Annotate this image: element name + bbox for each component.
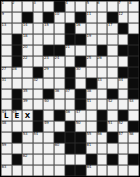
cell-r1c5[interactable] [43,1,54,12]
cell-r3c10[interactable] [97,23,108,34]
cell-r3c5[interactable]: 15 [43,23,54,34]
clue-number: 27 [2,67,7,71]
clue-number: 60 [55,143,60,147]
cell-r4c3[interactable]: 18 [22,34,33,45]
cell-r7c7 [65,67,76,78]
cell-r15c3[interactable]: 62 [22,154,33,165]
cell-r3c9[interactable] [86,23,97,34]
clue-number: 52 [118,121,123,125]
cell-r9c5 [43,89,54,100]
cell-r8c6[interactable] [54,78,65,89]
cell-r14c7 [65,143,76,154]
cell-r15c13 [128,154,139,165]
clue-number: 3 [33,1,35,5]
cell-r9c8 [75,89,86,100]
cell-r16c6[interactable] [54,165,65,176]
clue-number: 59 [2,143,7,147]
clue-number: 56 [97,132,102,136]
cell-r5c10 [97,45,108,56]
cell-r6c13 [128,56,139,67]
clue-number: 55 [86,132,91,136]
clue-number: 37 [65,89,70,93]
cell-r10c8 [75,99,86,110]
cell-r11c3[interactable]: X [22,110,33,121]
cell-r8c7 [65,78,76,89]
cell-r2c9[interactable]: 11 [86,12,97,23]
cell-r3c4[interactable] [33,23,44,34]
cell-r5c11[interactable] [107,45,118,56]
cell-r16c1[interactable]: 63 [1,165,12,176]
cell-r5c3[interactable]: 20 [22,45,33,56]
cell-r13c10[interactable]: 56 [97,132,108,143]
cell-r13c2 [12,132,23,143]
cell-r14c4[interactable] [33,143,44,154]
cell-r7c13 [128,67,139,78]
cell-r13c11 [107,132,118,143]
cell-r9c13 [128,89,139,100]
cell-r8c3[interactable] [22,78,33,89]
cell-r11c1[interactable]: 44L [1,110,12,121]
cell-letter: E [15,112,20,120]
clue-number: 13 [2,23,7,27]
cell-r16c8 [75,165,86,176]
cell-r6c2 [12,56,23,67]
clue-number: 41 [86,99,91,103]
cell-r11c2[interactable]: 45E [12,110,23,121]
cell-r8c5[interactable] [43,78,54,89]
cell-r11c13[interactable] [128,110,139,121]
cell-r7c5[interactable]: 29 [43,67,54,78]
cell-r16c12[interactable] [118,165,129,176]
cell-r6c4[interactable] [33,56,44,67]
clue-number: 64 [86,165,91,169]
clue-number: 26 [97,56,102,60]
cell-r12c5[interactable]: 49 [43,121,54,132]
cell-r15c10[interactable] [97,154,108,165]
cell-r10c6[interactable] [54,99,65,110]
cell-r9c2 [12,89,23,100]
cell-r12c6[interactable] [54,121,65,132]
clue-number: 61 [86,143,91,147]
cell-r12c7 [65,121,76,132]
cell-r16c7 [65,165,76,176]
cell-r9c9[interactable]: 38 [86,89,97,100]
cell-r1c2[interactable]: 2 [12,1,23,12]
cell-r14c6[interactable]: 60 [54,143,65,154]
cell-r10c4[interactable] [33,99,44,110]
cell-r14c13[interactable] [128,143,139,154]
cell-r1c7[interactable]: 4 [65,1,76,12]
cell-r5c12 [118,45,129,56]
cell-r12c8[interactable]: 50 [75,121,86,132]
cell-r5c9[interactable] [86,45,97,56]
cell-r2c12[interactable]: 12 [118,12,129,23]
cell-r12c12[interactable]: 52 [118,121,129,132]
cell-r12c1[interactable]: 48 [1,121,12,132]
cell-r11c7[interactable]: 46 [65,110,76,121]
cell-r6c10[interactable]: 26 [97,56,108,67]
cell-r2c5 [43,12,54,23]
cell-r1c11[interactable] [107,1,118,12]
clue-number: 62 [23,154,28,158]
cell-r12c11[interactable]: 51 [107,121,118,132]
cell-r15c8[interactable] [75,154,86,165]
cell-r13c9[interactable]: 55 [86,132,97,143]
clue-number: 28 [12,67,17,71]
clue-number: 10 [55,12,60,16]
cell-r15c1[interactable] [1,154,12,165]
cell-r13c7 [65,132,76,143]
clue-number: 24 [55,56,60,60]
cell-r6c6[interactable]: 24 [54,56,65,67]
cell-r7c8[interactable]: 30 [75,67,86,78]
cell-r10c2 [12,99,23,110]
clue-number: 15 [44,23,49,27]
cell-r8c2[interactable] [12,78,23,89]
cell-r3c11[interactable]: 17 [107,23,118,34]
clue-number: 43 [129,99,134,103]
cell-r6c12[interactable] [118,56,129,67]
cell-r9c4[interactable] [33,89,44,100]
clue-number: 58 [129,132,134,136]
cell-r1c1[interactable]: 1 [1,1,12,12]
clue-number: 33 [97,78,102,82]
clue-number: 5 [86,1,88,5]
cell-r12c9[interactable] [86,121,97,132]
cell-r15c7[interactable] [65,154,76,165]
clue-number: 45 [12,110,17,114]
clue-number: 30 [76,67,81,71]
cell-r4c8 [75,34,86,45]
cell-r9c7[interactable]: 37 [65,89,76,100]
cell-r2c11 [107,12,118,23]
cell-r10c3[interactable]: 39 [22,99,33,110]
clue-number: 1 [2,1,4,5]
cell-r4c9[interactable]: 19 [86,34,97,45]
cell-r15c11 [107,154,118,165]
crossword-board: 1234567891011121314151617181920212223242… [0,0,140,177]
clue-number: 36 [55,89,60,93]
clue-number: 21 [65,45,70,49]
clue-number: 57 [118,132,123,136]
cell-r10c10[interactable] [97,99,108,110]
cell-r1c10[interactable]: 6 [97,1,108,12]
cell-r9c11 [107,89,118,100]
cell-r11c11[interactable] [107,110,118,121]
cell-r10c5[interactable]: 40 [43,99,54,110]
cell-r1c4[interactable]: 3 [33,1,44,12]
cell-r4c4[interactable] [33,34,44,45]
cell-r7c9[interactable] [86,67,97,78]
cell-r16c9[interactable]: 64 [86,165,97,176]
cell-r12c2[interactable] [12,121,23,132]
cell-r16c11[interactable] [107,165,118,176]
cell-r14c5[interactable] [43,143,54,154]
cell-r14c12[interactable] [118,143,129,154]
cell-r14c1[interactable]: 59 [1,143,12,154]
cell-r4c13 [128,34,139,45]
clue-number: 49 [44,121,49,125]
cell-r4c11[interactable] [107,34,118,45]
cell-r10c9[interactable]: 41 [86,99,97,110]
clue-number: 48 [2,121,7,125]
cell-r6c8 [75,56,86,67]
cell-r10c11[interactable]: 42 [107,99,118,110]
cell-r14c10[interactable] [97,143,108,154]
cell-r15c4[interactable] [33,154,44,165]
cell-r7c11[interactable] [107,67,118,78]
cell-r5c8[interactable] [75,45,86,56]
cell-r13c8 [75,132,86,143]
cell-r11c12 [118,110,129,121]
cell-r8c13 [128,78,139,89]
cell-r12c10 [97,121,108,132]
cell-r13c4[interactable]: 54 [33,132,44,143]
cell-r14c3[interactable] [22,143,33,154]
cell-r10c12[interactable] [118,99,129,110]
cell-r7c12 [118,67,129,78]
cell-r2c13[interactable] [128,12,139,23]
cell-r13c5[interactable] [43,132,54,143]
cell-r3c13[interactable] [128,23,139,34]
cell-r10c13[interactable]: 43 [128,99,139,110]
cell-r6c11[interactable] [107,56,118,67]
cell-r8c1[interactable]: 31 [1,78,12,89]
cell-r9c1[interactable] [1,89,12,100]
clue-number: 34 [118,78,123,82]
clue-number: 47 [76,110,81,114]
clue-number: 16 [76,23,81,27]
cell-r7c6[interactable] [54,67,65,78]
cell-r5c2 [12,45,23,56]
cell-r3c12 [118,23,129,34]
clue-number: 35 [23,89,28,93]
cell-r7c2[interactable]: 28 [12,67,23,78]
cell-r11c6 [54,110,65,121]
clue-number: 9 [2,12,4,16]
cell-r3c8[interactable]: 16 [75,23,86,34]
cell-r3c1[interactable]: 13 [1,23,12,34]
cell-r1c8[interactable] [75,1,86,12]
clue-number: 7 [118,1,120,5]
cell-r9c6[interactable]: 36 [54,89,65,100]
clue-number: 23 [44,56,49,60]
cell-r11c4 [33,110,44,121]
cell-r15c5[interactable] [43,154,54,165]
cell-r2c1[interactable]: 9 [1,12,12,23]
cell-r9c12[interactable] [118,89,129,100]
cell-r15c2 [12,154,23,165]
cell-r14c9[interactable]: 61 [86,143,97,154]
cell-r2c10[interactable] [97,12,108,23]
clue-number: 44 [2,110,7,114]
clue-number: 20 [23,45,28,49]
cell-r4c7 [65,34,76,45]
cell-r10c1[interactable] [1,99,12,110]
clue-number: 42 [108,99,113,103]
cell-r13c13[interactable]: 58 [128,132,139,143]
clue-number: 12 [118,12,123,16]
cell-r4c5[interactable] [43,34,54,45]
cell-r13c12[interactable]: 57 [118,132,129,143]
cell-r8c8[interactable] [75,78,86,89]
cell-r7c3[interactable] [22,67,33,78]
cell-r13c1[interactable] [1,132,12,143]
clue-number: 51 [108,121,113,125]
clue-number: 14 [23,23,28,27]
cell-r5c4[interactable] [33,45,44,56]
cell-r2c8 [75,12,86,23]
cell-r5c13 [128,45,139,56]
clue-number: 4 [65,1,67,5]
clue-number: 29 [44,67,49,71]
clue-number: 46 [65,110,70,114]
clue-number: 19 [86,34,91,38]
clue-number: 53 [23,132,28,136]
cell-r5c1[interactable] [1,45,12,56]
cell-r6c3[interactable]: 22 [22,56,33,67]
cell-r15c12[interactable] [118,154,129,165]
cell-r14c2[interactable] [12,143,23,154]
cell-letter: L [4,112,8,120]
cell-r14c8 [75,143,86,154]
cell-letter: X [25,112,30,120]
cell-r16c10[interactable] [97,165,108,176]
cell-r6c5[interactable]: 23 [43,56,54,67]
cell-r2c3 [22,12,33,23]
cell-r7c10[interactable] [97,67,108,78]
clue-number: 18 [23,34,28,38]
clue-number: 50 [76,121,81,125]
cell-r4c2 [12,34,23,45]
cell-r2c7[interactable] [65,12,76,23]
clue-number: 40 [44,99,49,103]
cell-r11c5[interactable] [43,110,54,121]
cell-r1c6 [54,1,65,12]
clue-number: 22 [23,56,28,60]
cell-r4c6[interactable] [54,34,65,45]
cell-r2c6[interactable]: 10 [54,12,65,23]
clue-number: 38 [86,89,91,93]
cell-r10c7[interactable] [65,99,76,110]
cell-r6c7[interactable] [65,56,76,67]
cell-r11c8[interactable]: 47 [75,110,86,121]
cell-r3c3[interactable]: 14 [22,23,33,34]
cell-r4c10[interactable] [97,34,108,45]
cell-r4c1[interactable] [1,34,12,45]
cell-r15c6[interactable] [54,154,65,165]
cell-r16c3[interactable] [22,165,33,176]
cell-r1c12[interactable]: 7 [118,1,129,12]
cell-r1c9[interactable]: 5 [86,1,97,12]
cell-r2c4[interactable] [33,12,44,23]
cell-r3c7 [65,23,76,34]
cell-r7c4 [33,67,44,78]
cell-r16c2[interactable] [12,165,23,176]
cell-r5c7[interactable]: 21 [65,45,76,56]
clue-number: 54 [33,132,38,136]
clue-number: 6 [97,1,99,5]
cell-r7c1[interactable]: 27 [1,67,12,78]
cell-r8c4[interactable]: 32 [33,78,44,89]
cell-r9c3[interactable]: 35 [22,89,33,100]
cell-r15c9 [86,154,97,165]
cell-r13c6 [54,132,65,143]
clue-number: 63 [2,165,7,169]
cell-r8c11[interactable] [107,78,118,89]
cell-r6c9[interactable]: 25 [86,56,97,67]
cell-r14c11[interactable] [107,143,118,154]
cell-r2c2[interactable] [12,12,23,23]
clue-number: 31 [2,78,7,82]
cell-r16c4[interactable] [33,165,44,176]
cell-r4c12[interactable] [118,34,129,45]
cell-r16c13[interactable] [128,165,139,176]
cell-r5c5 [43,45,54,56]
cell-r8c10[interactable]: 33 [97,78,108,89]
cell-r1c13[interactable]: 8 [128,1,139,12]
clue-number: 39 [23,99,28,103]
cell-r12c4 [33,121,44,132]
cell-r8c12[interactable]: 34 [118,78,129,89]
cell-r16c5[interactable] [43,165,54,176]
cell-r3c6[interactable] [54,23,65,34]
cell-r6c1[interactable] [1,56,12,67]
clue-number: 25 [86,56,91,60]
cell-r13c3[interactable]: 53 [22,132,33,143]
clue-number: 32 [33,78,38,82]
clue-number: 8 [129,1,131,5]
cell-r11c10 [97,110,108,121]
cell-r8c9 [86,78,97,89]
cell-r12c13 [128,121,139,132]
cell-r1c3[interactable] [22,1,33,12]
clue-number: 11 [86,12,91,16]
cell-r5c6 [54,45,65,56]
cell-r3c2[interactable] [12,23,23,34]
cell-r12c3[interactable] [22,121,33,132]
clue-number: 2 [12,1,14,5]
cell-r9c10[interactable] [97,89,108,100]
cell-r11c9[interactable] [86,110,97,121]
clue-number: 17 [108,23,113,27]
